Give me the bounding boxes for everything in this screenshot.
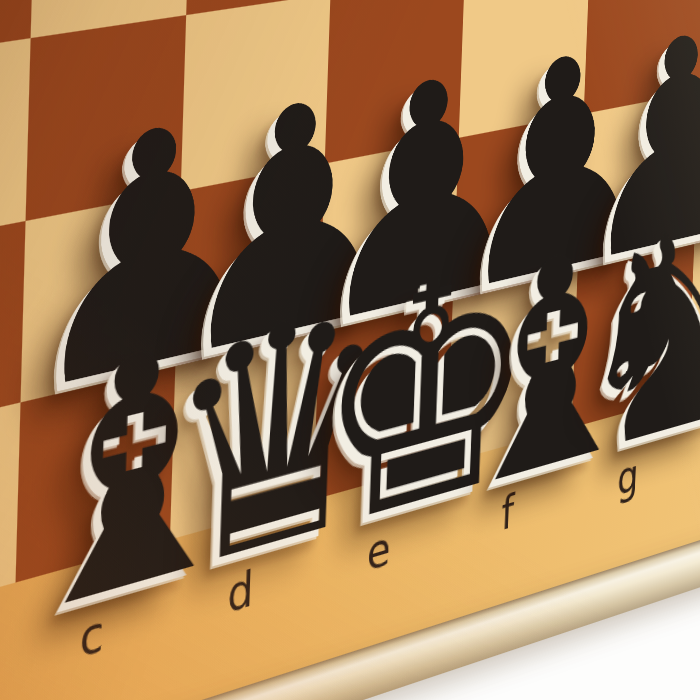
piece-black-bishop-f1[interactable]: ♝ [444,216,580,538]
piece-black-king-e1[interactable]: ♚ [311,237,455,580]
piece-black-knight-g1[interactable]: ♞ [569,195,697,500]
demo-chessboard: cdefg♟♟♟♟♟♝♛♚♝♞ [0,0,700,700]
piece-black-queen-d1[interactable]: ♛ [157,280,311,623]
photo-scene: cdefg♟♟♟♟♟♝♛♚♝♞ [0,0,700,700]
piece-black-bishop-c1[interactable]: ♝ [2,307,167,670]
